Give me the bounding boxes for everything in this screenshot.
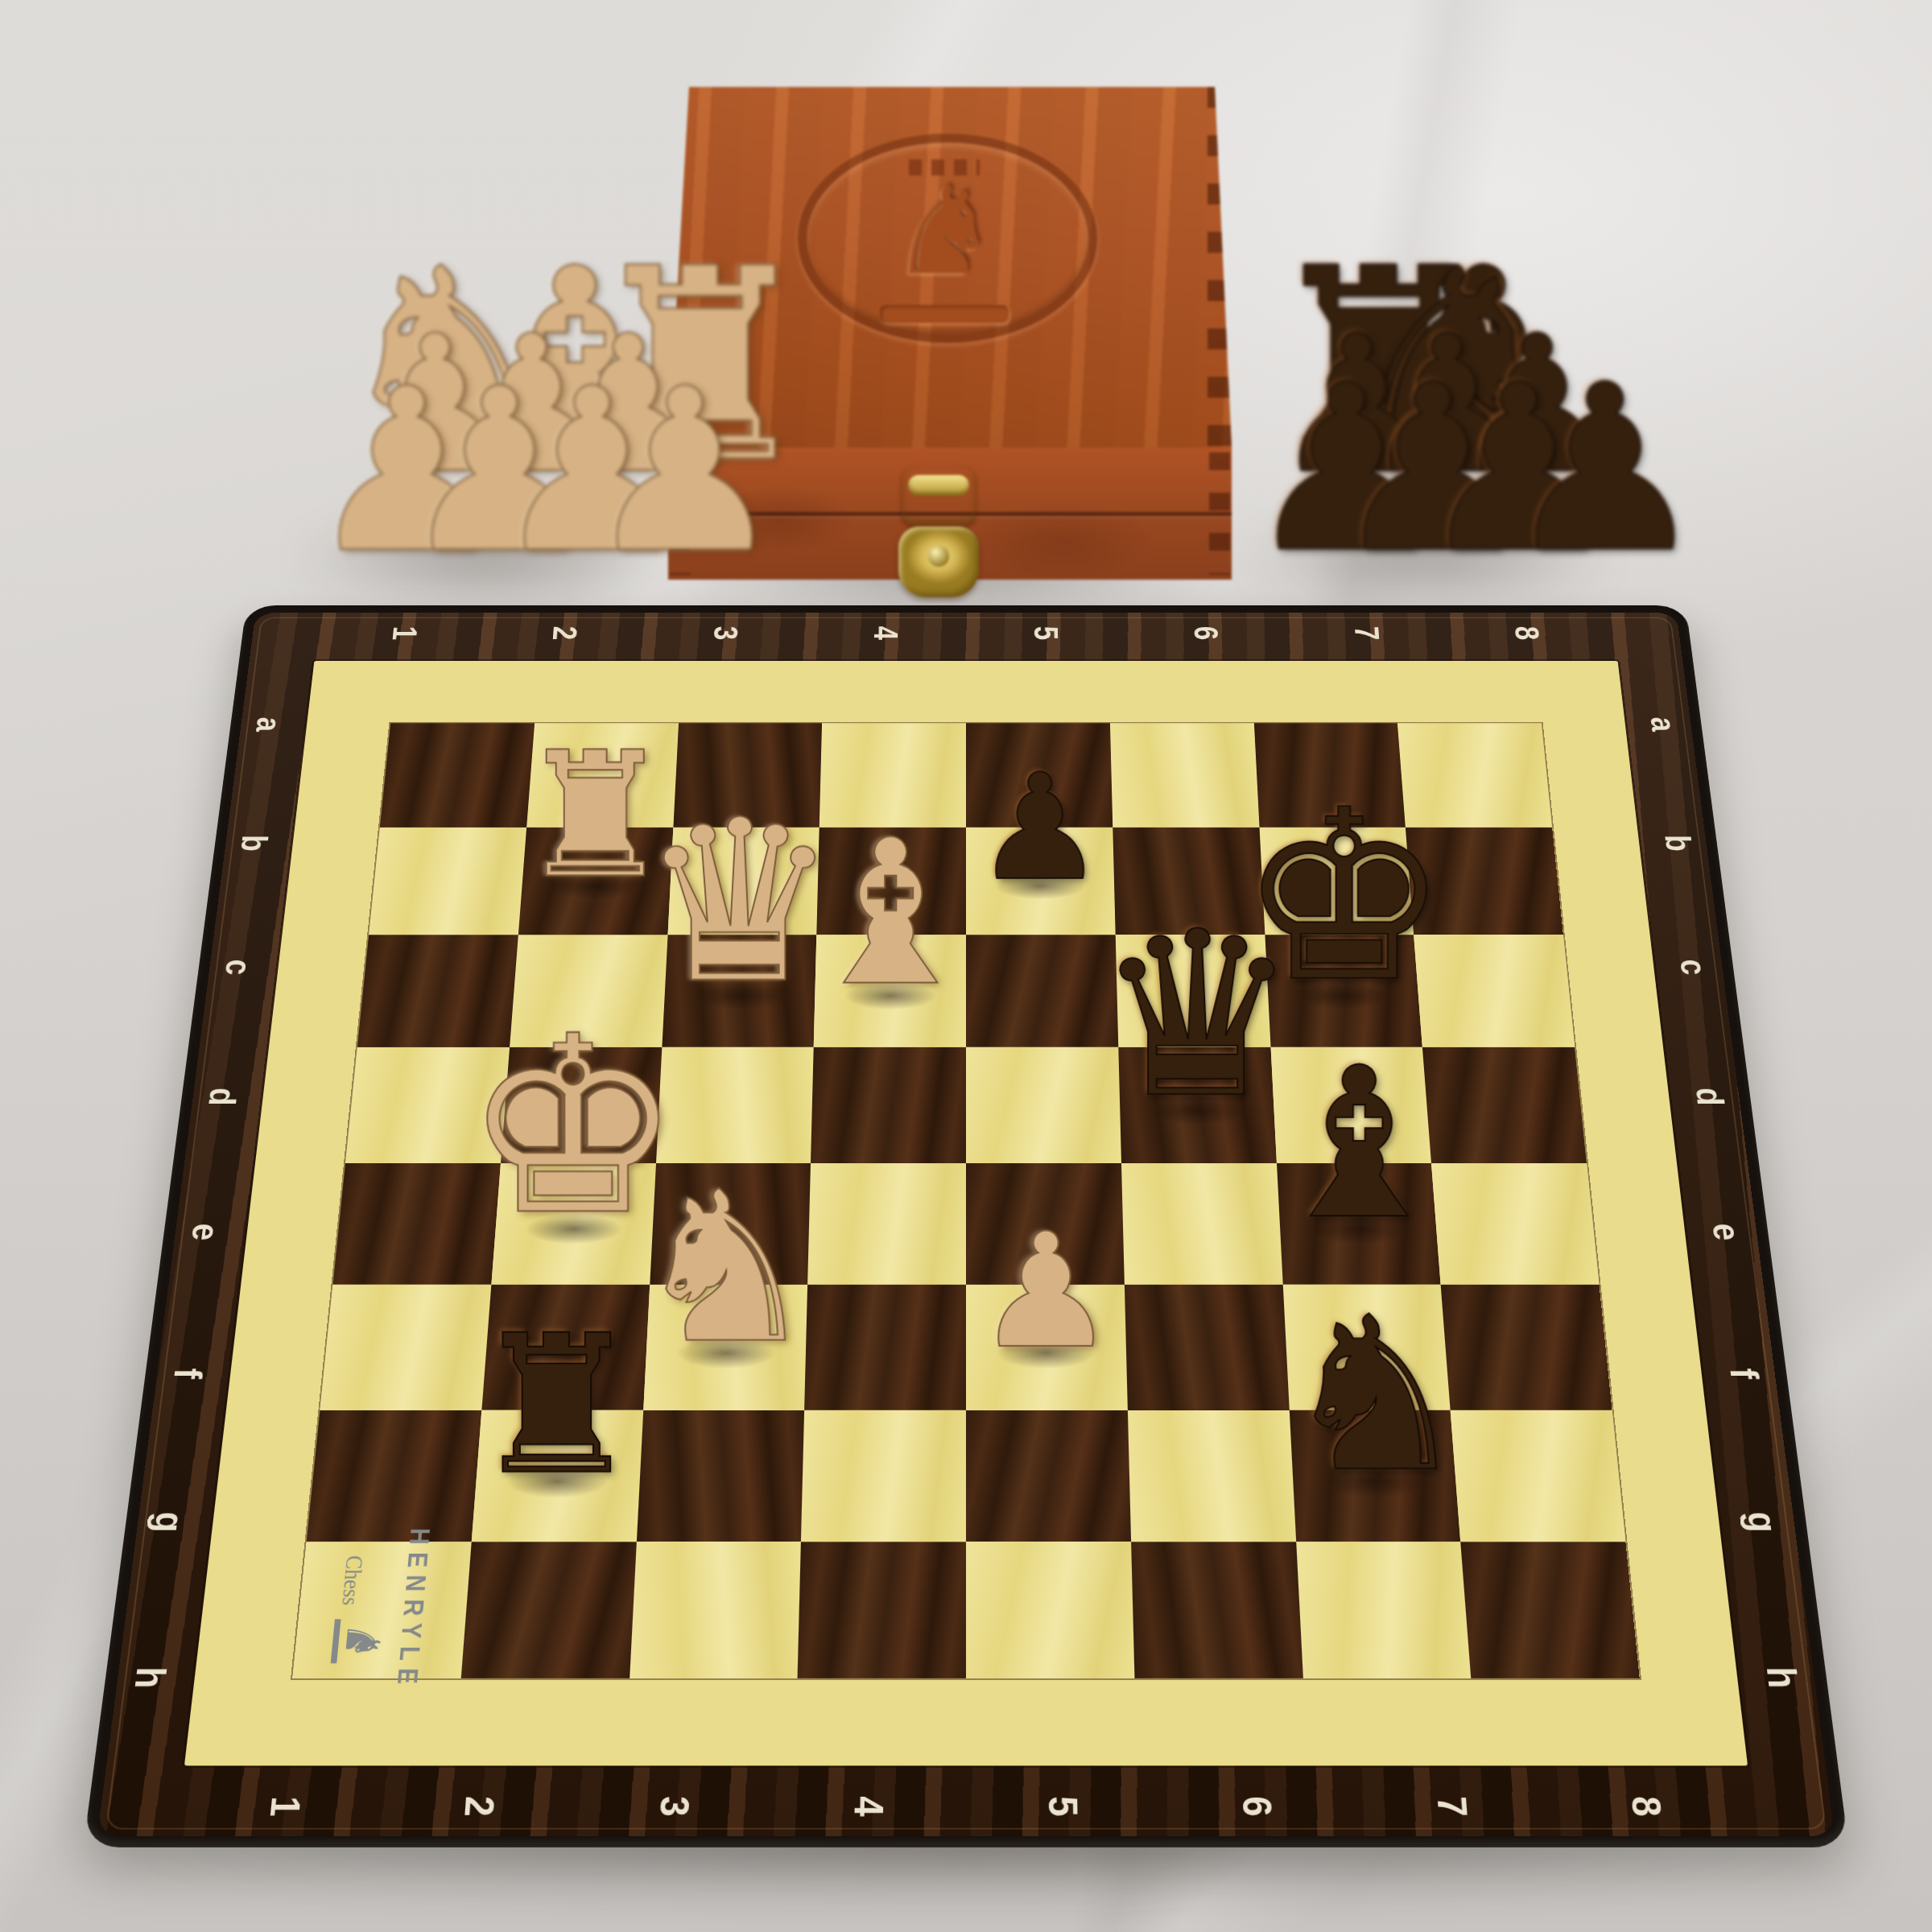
square-b5: ♟ xyxy=(966,827,1115,935)
file-label-left-d: d xyxy=(203,1088,242,1105)
square-g2: ♜ xyxy=(472,1410,643,1542)
square-c3: ♛ xyxy=(662,935,817,1046)
black-knight-g7: ♞ xyxy=(1280,1294,1470,1496)
file-label-left-g: g xyxy=(149,1511,191,1532)
rank-label-top-1: 1 xyxy=(387,626,423,640)
rank-label-bottom-7: 7 xyxy=(1430,1796,1473,1816)
file-label-right-a: a xyxy=(1645,716,1682,731)
square-g6 xyxy=(1128,1410,1296,1542)
white-knight-f3: ♞ xyxy=(632,1169,819,1367)
rank-label-bottom-5: 5 xyxy=(1042,1796,1084,1816)
black-pawn-b5: ♟ xyxy=(975,759,1106,898)
file-label-right-b: b xyxy=(1659,835,1696,851)
rank-label-top-8: 8 xyxy=(1509,626,1545,640)
board-margin-field: ♜♟♛♝♚♛♚♝♞♟♜♞HENRYLEChess♞ xyxy=(184,661,1748,1765)
square-e2: ♚ xyxy=(491,1163,655,1284)
square-g5 xyxy=(966,1410,1131,1542)
square-a6 xyxy=(1110,723,1259,827)
black-bishop-e7: ♝ xyxy=(1265,1045,1452,1242)
square-a1 xyxy=(380,723,535,827)
photo-scene: ♞ ♞♝♜♟♟♟♟♟♟♟ ♜♝♞♟♟♟♟♟♟♟ ♜♟♛♝♚♛♚♝♞♟♜♞HENR… xyxy=(0,0,1932,1932)
henryle-board-logo: HENRYLEChess♞ xyxy=(306,1531,459,1690)
square-f5: ♟ xyxy=(966,1284,1128,1410)
square-b1 xyxy=(369,827,526,935)
file-label-left-a: a xyxy=(250,716,287,731)
board-grid: ♜♟♛♝♚♛♚♝♞♟♜♞HENRYLEChess♞ xyxy=(292,723,1639,1678)
square-g1 xyxy=(307,1410,481,1542)
board-frame: ♜♟♛♝♚♛♚♝♞♟♜♞HENRYLEChess♞ 11223344556677… xyxy=(97,613,1835,1835)
square-f1 xyxy=(320,1284,491,1410)
square-h5 xyxy=(966,1542,1134,1678)
board-logo-knight-icon: ♞ xyxy=(332,1619,389,1663)
square-f6 xyxy=(1125,1284,1290,1410)
board-logo-title: HENRYLE xyxy=(390,1529,436,1692)
rank-label-top-3: 3 xyxy=(708,626,743,640)
square-h2 xyxy=(460,1542,636,1678)
file-label-left-c: c xyxy=(220,959,258,974)
file-label-right-e: e xyxy=(1707,1223,1746,1240)
square-e6 xyxy=(1121,1163,1282,1284)
board-logo-subtitle: Chess xyxy=(337,1555,369,1605)
square-h8 xyxy=(1460,1542,1639,1678)
square-g4 xyxy=(801,1410,966,1542)
square-f3: ♞ xyxy=(643,1284,808,1410)
square-g3 xyxy=(636,1410,804,1542)
rank-label-bottom-1: 1 xyxy=(264,1796,307,1816)
rank-label-bottom-4: 4 xyxy=(848,1796,890,1816)
rank-label-bottom-3: 3 xyxy=(654,1796,696,1816)
square-e7: ♝ xyxy=(1277,1163,1441,1284)
white-bishop-c4: ♝ xyxy=(801,819,980,1009)
white-pawn-f5: ♟ xyxy=(976,1216,1117,1367)
file-label-right-g: g xyxy=(1741,1511,1783,1532)
file-label-right-c: c xyxy=(1674,959,1712,974)
rank-label-top-7: 7 xyxy=(1349,626,1384,640)
file-label-left-f: f xyxy=(168,1368,208,1378)
file-label-left-b: b xyxy=(235,835,272,851)
file-label-right-h: h xyxy=(1761,1666,1803,1688)
square-c4: ♝ xyxy=(814,935,966,1046)
rank-label-bottom-6: 6 xyxy=(1236,1796,1278,1816)
square-e8 xyxy=(1431,1163,1599,1284)
file-label-right-d: d xyxy=(1690,1088,1729,1105)
file-label-left-h: h xyxy=(129,1666,171,1688)
square-h7 xyxy=(1296,1542,1472,1678)
file-label-right-f: f xyxy=(1724,1368,1764,1378)
black-rook-g2: ♜ xyxy=(471,1315,642,1496)
square-g8 xyxy=(1451,1410,1625,1542)
rank-label-top-6: 6 xyxy=(1189,626,1224,640)
square-e4 xyxy=(807,1163,966,1284)
square-h3 xyxy=(630,1542,802,1678)
square-f4 xyxy=(804,1284,966,1410)
rank-label-top-4: 4 xyxy=(869,626,902,640)
square-d6: ♛ xyxy=(1118,1046,1276,1163)
rank-label-bottom-2: 2 xyxy=(459,1796,502,1816)
rank-label-top-2: 2 xyxy=(548,626,583,640)
board-scene: ♜♟♛♝♚♛♚♝♞♟♜♞HENRYLEChess♞ 11223344556677… xyxy=(0,0,1932,1932)
chess-board: ♜♟♛♝♚♛♚♝♞♟♜♞HENRYLEChess♞ 11223344556677… xyxy=(83,605,1848,1847)
square-h1: HENRYLEChess♞ xyxy=(292,1542,471,1678)
square-h6 xyxy=(1131,1542,1303,1678)
rank-label-top-5: 5 xyxy=(1029,626,1063,640)
square-d4 xyxy=(811,1046,966,1163)
square-h4 xyxy=(798,1542,966,1678)
rank-label-bottom-8: 8 xyxy=(1624,1796,1667,1816)
file-label-left-e: e xyxy=(186,1223,225,1240)
square-g7: ♞ xyxy=(1289,1410,1460,1542)
